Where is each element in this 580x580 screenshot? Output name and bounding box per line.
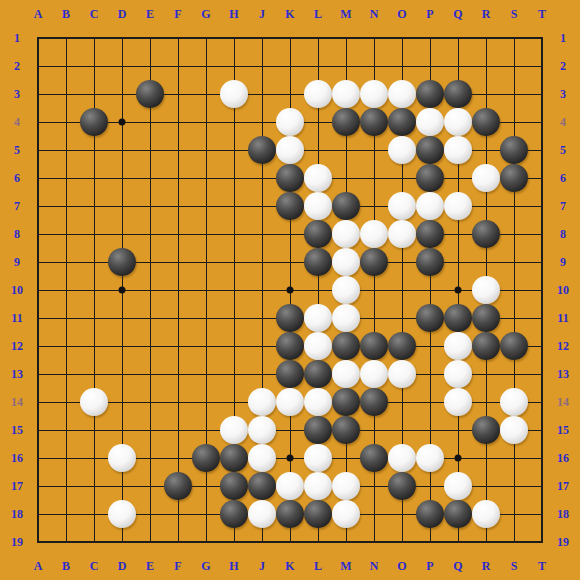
black-stone-G16	[192, 444, 220, 472]
col-label-bottom-P: P	[426, 560, 433, 572]
row-label-left-16: 16	[11, 452, 23, 464]
black-stone-N12	[360, 332, 388, 360]
row-label-right-2: 2	[560, 60, 566, 72]
col-label-bottom-T: T	[538, 560, 546, 572]
row-label-right-16: 16	[557, 452, 569, 464]
row-label-right-13: 13	[557, 368, 569, 380]
white-stone-J14	[248, 388, 276, 416]
black-stone-L8	[304, 220, 332, 248]
col-label-top-G: G	[201, 8, 210, 20]
white-stone-K17	[276, 472, 304, 500]
white-stone-C14	[80, 388, 108, 416]
white-stone-O8	[388, 220, 416, 248]
white-stone-K5	[276, 136, 304, 164]
row-label-left-17: 17	[11, 480, 23, 492]
col-label-top-H: H	[229, 8, 238, 20]
row-label-right-14: 14	[557, 396, 569, 408]
col-label-top-F: F	[174, 8, 181, 20]
black-stone-K18	[276, 500, 304, 528]
black-stone-H18	[220, 500, 248, 528]
col-label-bottom-M: M	[340, 560, 351, 572]
col-label-bottom-F: F	[174, 560, 181, 572]
black-stone-L9	[304, 248, 332, 276]
white-stone-M10	[332, 276, 360, 304]
row-label-left-9: 9	[14, 256, 20, 268]
black-stone-E3	[136, 80, 164, 108]
black-stone-R4	[472, 108, 500, 136]
row-label-right-12: 12	[557, 340, 569, 352]
black-stone-K6	[276, 164, 304, 192]
black-stone-R11	[472, 304, 500, 332]
row-label-right-18: 18	[557, 508, 569, 520]
row-label-left-15: 15	[11, 424, 23, 436]
col-label-bottom-K: K	[285, 560, 294, 572]
go-board[interactable]: AABBCCDDEEFFGGHHJJKKLLMMNNOOPPQQRRSSTT11…	[0, 0, 580, 580]
black-stone-L15	[304, 416, 332, 444]
col-label-bottom-N: N	[370, 560, 379, 572]
black-stone-N16	[360, 444, 388, 472]
white-stone-Q13	[444, 360, 472, 388]
col-label-top-E: E	[146, 8, 154, 20]
row-label-right-8: 8	[560, 228, 566, 240]
col-label-bottom-S: S	[511, 560, 518, 572]
black-stone-M14	[332, 388, 360, 416]
col-label-top-S: S	[511, 8, 518, 20]
col-label-top-D: D	[118, 8, 127, 20]
star-point-K16	[287, 455, 294, 462]
black-stone-J17	[248, 472, 276, 500]
white-stone-Q14	[444, 388, 472, 416]
black-stone-O17	[388, 472, 416, 500]
white-stone-L3	[304, 80, 332, 108]
col-label-bottom-Q: Q	[453, 560, 462, 572]
black-stone-M4	[332, 108, 360, 136]
black-stone-K11	[276, 304, 304, 332]
star-point-D10	[119, 287, 126, 294]
black-stone-R15	[472, 416, 500, 444]
white-stone-N8	[360, 220, 388, 248]
white-stone-O7	[388, 192, 416, 220]
white-stone-Q17	[444, 472, 472, 500]
col-label-bottom-B: B	[62, 560, 70, 572]
black-stone-O12	[388, 332, 416, 360]
row-label-left-3: 3	[14, 88, 20, 100]
black-stone-P9	[416, 248, 444, 276]
grid-line-vertical-S	[514, 37, 515, 543]
col-label-bottom-A: A	[34, 560, 43, 572]
star-point-K10	[287, 287, 294, 294]
white-stone-J16	[248, 444, 276, 472]
col-label-top-A: A	[34, 8, 43, 20]
white-stone-Q7	[444, 192, 472, 220]
col-label-bottom-E: E	[146, 560, 154, 572]
col-label-top-R: R	[482, 8, 491, 20]
row-label-left-6: 6	[14, 172, 20, 184]
white-stone-R6	[472, 164, 500, 192]
white-stone-M17	[332, 472, 360, 500]
row-label-right-17: 17	[557, 480, 569, 492]
white-stone-O3	[388, 80, 416, 108]
col-label-top-T: T	[538, 8, 546, 20]
black-stone-S12	[500, 332, 528, 360]
white-stone-O5	[388, 136, 416, 164]
row-label-right-19: 19	[557, 536, 569, 548]
row-label-left-2: 2	[14, 60, 20, 72]
white-stone-L12	[304, 332, 332, 360]
star-point-D4	[119, 119, 126, 126]
white-stone-R18	[472, 500, 500, 528]
white-stone-D16	[108, 444, 136, 472]
white-stone-M3	[332, 80, 360, 108]
row-label-left-7: 7	[14, 200, 20, 212]
white-stone-H15	[220, 416, 248, 444]
white-stone-Q5	[444, 136, 472, 164]
row-label-left-11: 11	[11, 312, 22, 324]
col-label-bottom-G: G	[201, 560, 210, 572]
black-stone-K13	[276, 360, 304, 388]
row-label-right-3: 3	[560, 88, 566, 100]
row-label-right-5: 5	[560, 144, 566, 156]
white-stone-S15	[500, 416, 528, 444]
black-stone-Q11	[444, 304, 472, 332]
white-stone-J15	[248, 416, 276, 444]
row-label-right-9: 9	[560, 256, 566, 268]
black-stone-D9	[108, 248, 136, 276]
black-stone-F17	[164, 472, 192, 500]
black-stone-L18	[304, 500, 332, 528]
col-label-top-B: B	[62, 8, 70, 20]
black-stone-R12	[472, 332, 500, 360]
white-stone-P4	[416, 108, 444, 136]
black-stone-K12	[276, 332, 304, 360]
star-point-Q10	[455, 287, 462, 294]
white-stone-K14	[276, 388, 304, 416]
black-stone-N14	[360, 388, 388, 416]
row-label-left-13: 13	[11, 368, 23, 380]
black-stone-S6	[500, 164, 528, 192]
row-label-left-10: 10	[11, 284, 23, 296]
col-label-top-J: J	[259, 8, 265, 20]
white-stone-O13	[388, 360, 416, 388]
black-stone-M7	[332, 192, 360, 220]
white-stone-N13	[360, 360, 388, 388]
white-stone-L6	[304, 164, 332, 192]
white-stone-H3	[220, 80, 248, 108]
black-stone-S5	[500, 136, 528, 164]
col-label-top-K: K	[285, 8, 294, 20]
black-stone-P3	[416, 80, 444, 108]
col-label-bottom-C: C	[90, 560, 99, 572]
row-label-left-19: 19	[11, 536, 23, 548]
col-label-top-Q: Q	[453, 8, 462, 20]
col-label-top-M: M	[340, 8, 351, 20]
white-stone-L7	[304, 192, 332, 220]
star-point-Q16	[455, 455, 462, 462]
white-stone-P7	[416, 192, 444, 220]
row-label-left-12: 12	[11, 340, 23, 352]
black-stone-P8	[416, 220, 444, 248]
col-label-top-P: P	[426, 8, 433, 20]
row-label-left-1: 1	[14, 32, 20, 44]
grid-line-vertical-T	[541, 37, 543, 543]
black-stone-H16	[220, 444, 248, 472]
col-label-top-L: L	[314, 8, 322, 20]
white-stone-Q4	[444, 108, 472, 136]
black-stone-J5	[248, 136, 276, 164]
white-stone-S14	[500, 388, 528, 416]
row-label-left-4: 4	[14, 116, 20, 128]
white-stone-M18	[332, 500, 360, 528]
black-stone-P5	[416, 136, 444, 164]
col-label-bottom-L: L	[314, 560, 322, 572]
white-stone-M9	[332, 248, 360, 276]
white-stone-O16	[388, 444, 416, 472]
black-stone-N9	[360, 248, 388, 276]
row-label-right-7: 7	[560, 200, 566, 212]
row-label-right-10: 10	[557, 284, 569, 296]
row-label-right-6: 6	[560, 172, 566, 184]
black-stone-K7	[276, 192, 304, 220]
black-stone-P18	[416, 500, 444, 528]
row-label-left-5: 5	[14, 144, 20, 156]
grid-line-horizontal-19	[37, 541, 543, 543]
white-stone-J18	[248, 500, 276, 528]
black-stone-P11	[416, 304, 444, 332]
col-label-bottom-O: O	[397, 560, 406, 572]
row-label-right-11: 11	[557, 312, 568, 324]
black-stone-M15	[332, 416, 360, 444]
black-stone-P6	[416, 164, 444, 192]
white-stone-K4	[276, 108, 304, 136]
col-label-top-N: N	[370, 8, 379, 20]
grid-line-horizontal-15	[37, 430, 543, 431]
white-stone-M8	[332, 220, 360, 248]
black-stone-R8	[472, 220, 500, 248]
white-stone-L17	[304, 472, 332, 500]
white-stone-M11	[332, 304, 360, 332]
black-stone-Q18	[444, 500, 472, 528]
col-label-top-C: C	[90, 8, 99, 20]
row-label-left-14: 14	[11, 396, 23, 408]
row-label-right-4: 4	[560, 116, 566, 128]
row-label-left-8: 8	[14, 228, 20, 240]
col-label-bottom-H: H	[229, 560, 238, 572]
white-stone-L14	[304, 388, 332, 416]
col-label-bottom-D: D	[118, 560, 127, 572]
black-stone-H17	[220, 472, 248, 500]
white-stone-Q12	[444, 332, 472, 360]
white-stone-L11	[304, 304, 332, 332]
black-stone-L13	[304, 360, 332, 388]
col-label-bottom-R: R	[482, 560, 491, 572]
row-label-left-18: 18	[11, 508, 23, 520]
white-stone-P16	[416, 444, 444, 472]
black-stone-M12	[332, 332, 360, 360]
row-label-right-15: 15	[557, 424, 569, 436]
white-stone-N3	[360, 80, 388, 108]
black-stone-O4	[388, 108, 416, 136]
white-stone-R10	[472, 276, 500, 304]
white-stone-L16	[304, 444, 332, 472]
white-stone-D18	[108, 500, 136, 528]
row-label-right-1: 1	[560, 32, 566, 44]
white-stone-M13	[332, 360, 360, 388]
col-label-top-O: O	[397, 8, 406, 20]
black-stone-Q3	[444, 80, 472, 108]
black-stone-N4	[360, 108, 388, 136]
col-label-bottom-J: J	[259, 560, 265, 572]
black-stone-C4	[80, 108, 108, 136]
